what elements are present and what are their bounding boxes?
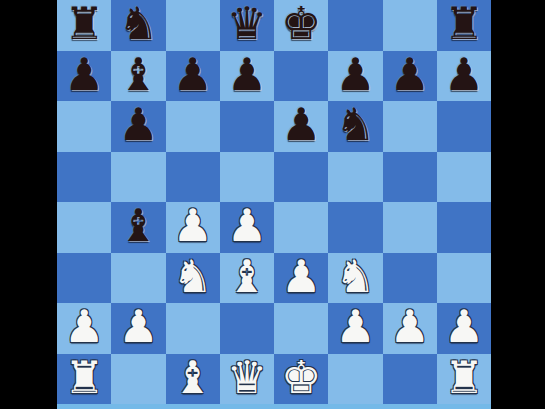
- square-e1[interactable]: ♚: [274, 354, 328, 405]
- square-b6[interactable]: ♟: [111, 101, 165, 152]
- square-b2[interactable]: ♟: [111, 303, 165, 354]
- square-g8[interactable]: [383, 0, 437, 51]
- square-g7[interactable]: ♟: [383, 51, 437, 102]
- piece-black-pawn[interactable]: ♟: [172, 51, 212, 100]
- square-c6[interactable]: [166, 101, 220, 152]
- square-d2[interactable]: [220, 303, 274, 354]
- square-b5[interactable]: [111, 152, 165, 203]
- square-h4[interactable]: [437, 202, 491, 253]
- piece-black-rook[interactable]: ♜: [444, 0, 484, 49]
- square-c2[interactable]: [166, 303, 220, 354]
- piece-black-pawn[interactable]: ♟: [227, 51, 267, 100]
- square-d3[interactable]: ♝: [220, 253, 274, 304]
- piece-white-pawn[interactable]: ♟: [64, 303, 104, 352]
- square-a2[interactable]: ♟: [57, 303, 111, 354]
- square-h3[interactable]: [437, 253, 491, 304]
- square-e3[interactable]: ♟: [274, 253, 328, 304]
- piece-black-pawn[interactable]: ♟: [389, 51, 429, 100]
- square-e7[interactable]: [274, 51, 328, 102]
- square-h5[interactable]: [437, 152, 491, 203]
- square-e8[interactable]: ♚: [274, 0, 328, 51]
- square-g4[interactable]: [383, 202, 437, 253]
- square-c1[interactable]: ♝: [166, 354, 220, 405]
- square-f3[interactable]: ♞: [328, 253, 382, 304]
- piece-white-pawn[interactable]: ♟: [172, 202, 212, 251]
- square-d1[interactable]: ♛: [220, 354, 274, 405]
- square-a3[interactable]: [57, 253, 111, 304]
- letterbox-right: [491, 0, 545, 409]
- piece-white-pawn[interactable]: ♟: [118, 303, 158, 352]
- piece-white-bishop[interactable]: ♝: [227, 253, 267, 302]
- square-e2[interactable]: [274, 303, 328, 354]
- square-f5[interactable]: [328, 152, 382, 203]
- square-b4[interactable]: ♝: [111, 202, 165, 253]
- board-bottom-strip: [57, 404, 491, 409]
- square-b1[interactable]: [111, 354, 165, 405]
- piece-white-knight[interactable]: ♞: [335, 253, 375, 302]
- square-d8[interactable]: ♛: [220, 0, 274, 51]
- square-h2[interactable]: ♟: [437, 303, 491, 354]
- piece-white-bishop[interactable]: ♝: [172, 354, 212, 403]
- square-e6[interactable]: ♟: [274, 101, 328, 152]
- letterbox-left: [0, 0, 57, 409]
- square-a7[interactable]: ♟: [57, 51, 111, 102]
- square-f8[interactable]: [328, 0, 382, 51]
- square-h6[interactable]: [437, 101, 491, 152]
- square-a4[interactable]: [57, 202, 111, 253]
- square-b8[interactable]: ♞: [111, 0, 165, 51]
- square-a5[interactable]: [57, 152, 111, 203]
- piece-white-rook[interactable]: ♜: [64, 354, 104, 403]
- square-b3[interactable]: [111, 253, 165, 304]
- piece-white-king[interactable]: ♚: [281, 354, 321, 403]
- square-a6[interactable]: [57, 101, 111, 152]
- piece-black-pawn[interactable]: ♟: [64, 51, 104, 100]
- piece-black-pawn[interactable]: ♟: [281, 101, 321, 150]
- piece-black-bishop[interactable]: ♝: [118, 51, 158, 100]
- square-d6[interactable]: [220, 101, 274, 152]
- square-d7[interactable]: ♟: [220, 51, 274, 102]
- square-b7[interactable]: ♝: [111, 51, 165, 102]
- square-c7[interactable]: ♟: [166, 51, 220, 102]
- square-c4[interactable]: ♟: [166, 202, 220, 253]
- square-c3[interactable]: ♞: [166, 253, 220, 304]
- square-h8[interactable]: ♜: [437, 0, 491, 51]
- piece-black-pawn[interactable]: ♟: [118, 101, 158, 150]
- piece-black-rook[interactable]: ♜: [64, 0, 104, 49]
- piece-black-pawn[interactable]: ♟: [335, 51, 375, 100]
- square-e4[interactable]: [274, 202, 328, 253]
- square-d4[interactable]: ♟: [220, 202, 274, 253]
- square-g3[interactable]: [383, 253, 437, 304]
- square-f6[interactable]: ♞: [328, 101, 382, 152]
- square-g2[interactable]: ♟: [383, 303, 437, 354]
- square-d5[interactable]: [220, 152, 274, 203]
- square-g6[interactable]: [383, 101, 437, 152]
- piece-black-queen[interactable]: ♛: [227, 0, 267, 49]
- piece-white-pawn[interactable]: ♟: [444, 303, 484, 352]
- square-g5[interactable]: [383, 152, 437, 203]
- piece-white-pawn[interactable]: ♟: [335, 303, 375, 352]
- piece-white-pawn[interactable]: ♟: [227, 202, 267, 251]
- square-a8[interactable]: ♜: [57, 0, 111, 51]
- square-f7[interactable]: ♟: [328, 51, 382, 102]
- piece-white-knight[interactable]: ♞: [172, 253, 212, 302]
- piece-black-king[interactable]: ♚: [281, 0, 321, 49]
- square-c5[interactable]: [166, 152, 220, 203]
- chess-board: ♜♞♛♚♜♟♝♟♟♟♟♟♟♟♞♝♟♟♞♝♟♞♟♟♟♟♟♜♝♛♚♜: [57, 0, 491, 404]
- piece-black-knight[interactable]: ♞: [335, 101, 375, 150]
- square-h1[interactable]: ♜: [437, 354, 491, 405]
- piece-black-pawn[interactable]: ♟: [444, 51, 484, 100]
- piece-white-pawn[interactable]: ♟: [281, 253, 321, 302]
- chess-app-window: ♜♞♛♚♜♟♝♟♟♟♟♟♟♟♞♝♟♟♞♝♟♞♟♟♟♟♟♜♝♛♚♜: [0, 0, 545, 409]
- piece-white-pawn[interactable]: ♟: [389, 303, 429, 352]
- square-f4[interactable]: [328, 202, 382, 253]
- square-h7[interactable]: ♟: [437, 51, 491, 102]
- square-a1[interactable]: ♜: [57, 354, 111, 405]
- square-e5[interactable]: [274, 152, 328, 203]
- piece-white-rook[interactable]: ♜: [444, 354, 484, 403]
- piece-black-bishop[interactable]: ♝: [118, 202, 158, 251]
- square-f2[interactable]: ♟: [328, 303, 382, 354]
- square-f1[interactable]: [328, 354, 382, 405]
- piece-black-knight[interactable]: ♞: [118, 0, 158, 49]
- square-g1[interactable]: [383, 354, 437, 405]
- square-c8[interactable]: [166, 0, 220, 51]
- piece-white-queen[interactable]: ♛: [227, 354, 267, 403]
